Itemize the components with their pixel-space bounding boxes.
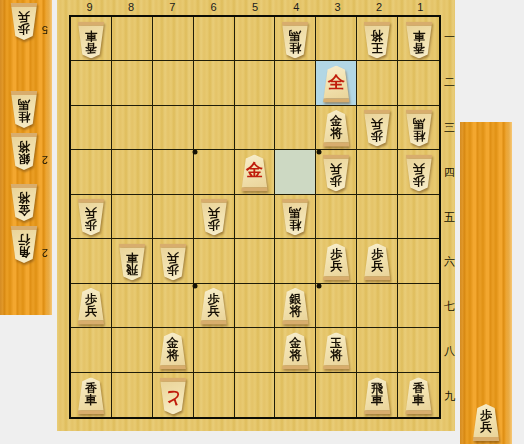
piece-gote-rook-8f[interactable]: 飛車: [117, 243, 147, 280]
piece-kanji: 兵: [208, 304, 220, 316]
piece-sente-pawn-9g[interactable]: 歩兵: [76, 288, 106, 325]
square-6d[interactable]: [194, 150, 235, 194]
piece-gote-knight-4e[interactable]: 桂馬: [280, 199, 310, 236]
square-8a[interactable]: [112, 17, 153, 61]
square-7a[interactable]: [153, 17, 194, 61]
piece-gote-pawn-3d[interactable]: 歩兵: [321, 154, 351, 191]
hand-piece-sente-pawn[interactable]: 歩兵: [471, 404, 501, 441]
piece-kanji: 歩: [413, 175, 425, 187]
piece-kanji: 歩: [208, 292, 220, 304]
square-8g[interactable]: [112, 284, 153, 328]
square-8h[interactable]: [112, 328, 153, 372]
piece-kanji: 馬: [413, 118, 425, 130]
square-5h[interactable]: [235, 328, 276, 372]
square-7e[interactable]: [153, 195, 194, 239]
piece-sente-promoted-silver-3b[interactable]: 全: [321, 66, 351, 103]
square-4f[interactable]: [275, 239, 316, 283]
square-2h[interactable]: [357, 328, 398, 372]
square-6h[interactable]: [194, 328, 235, 372]
piece-sente-pawn-3f[interactable]: 歩兵: [321, 243, 351, 280]
piece-kanji: 桂: [413, 130, 425, 142]
piece-kanji: 兵: [330, 260, 342, 272]
square-3f[interactable]: 歩兵: [316, 239, 357, 283]
piece-sente-king-3h[interactable]: 玉将: [321, 332, 351, 369]
square-3e[interactable]: [316, 195, 357, 239]
piece-kanji: 王: [371, 42, 383, 54]
piece-kanji: 車: [85, 394, 97, 406]
square-1f[interactable]: [398, 239, 439, 283]
square-3a[interactable]: [316, 17, 357, 61]
piece-kanji: 歩: [208, 219, 220, 231]
piece-kanji: 兵: [480, 421, 492, 433]
square-8d[interactable]: [112, 150, 153, 194]
file-label-4: 4: [276, 0, 317, 14]
square-5e[interactable]: [235, 195, 276, 239]
piece-kanji: 玉: [330, 337, 342, 349]
piece-sente-gold-7h[interactable]: 金将: [158, 332, 188, 369]
square-7g[interactable]: [153, 284, 194, 328]
square-2c[interactable]: 歩兵: [357, 106, 398, 150]
square-5b[interactable]: [235, 61, 276, 105]
piece-kanji: 車: [413, 30, 425, 42]
square-9h[interactable]: [71, 328, 112, 372]
piece-kanji: 香: [413, 382, 425, 394]
piece-kanji: 兵: [208, 207, 220, 219]
hand-piece-gote-pawn[interactable]: 歩兵: [9, 3, 39, 40]
piece-kanji: 全: [328, 73, 345, 91]
square-4g[interactable]: 銀将: [275, 284, 316, 328]
piece-gote-pawn-7f[interactable]: 歩兵: [158, 243, 188, 280]
piece-kanji: 将: [330, 349, 342, 361]
stand-edge: [460, 122, 512, 444]
piece-kanji: 歩: [330, 248, 342, 260]
hand-piece-gote-gold[interactable]: 金将: [9, 184, 39, 221]
square-5f[interactable]: [235, 239, 276, 283]
square-3g[interactable]: [316, 284, 357, 328]
piece-kanji: 兵: [371, 118, 383, 130]
piece-gote-tokin-7i[interactable]: と: [158, 377, 188, 414]
square-9e[interactable]: 歩兵: [71, 195, 112, 239]
file-label-2: 2: [358, 0, 399, 14]
piece-count: 2: [39, 247, 51, 259]
square-6f[interactable]: [194, 239, 235, 283]
hoshi-dot: [193, 284, 198, 289]
square-8e[interactable]: [112, 195, 153, 239]
rank-label-5: 五: [442, 195, 457, 240]
piece-gote-knight-4a[interactable]: 桂馬: [280, 21, 310, 58]
square-8c[interactable]: [112, 106, 153, 150]
square-6a[interactable]: [194, 17, 235, 61]
square-1c[interactable]: 桂馬: [398, 106, 439, 150]
rank-label-6: 六: [442, 239, 457, 284]
piece-kanji: 馬: [289, 30, 301, 42]
rank-labels: 一二三四五六七八九: [442, 15, 457, 419]
square-4a[interactable]: 桂馬: [275, 17, 316, 61]
piece-gote-pawn-6e[interactable]: 歩兵: [199, 199, 229, 236]
hand-piece-gote-silver[interactable]: 銀将: [9, 133, 39, 170]
piece-kanji: 兵: [85, 304, 97, 316]
piece-kanji: 兵: [18, 12, 30, 24]
piece-kanji: 馬: [289, 207, 301, 219]
piece-kanji: 将: [330, 126, 342, 138]
square-6i[interactable]: [194, 373, 235, 417]
square-3i[interactable]: [316, 373, 357, 417]
square-9f[interactable]: [71, 239, 112, 283]
square-9c[interactable]: [71, 106, 112, 150]
file-label-3: 3: [317, 0, 358, 14]
rank-label-4: 四: [442, 150, 457, 195]
square-1b[interactable]: [398, 61, 439, 105]
square-6b[interactable]: [194, 61, 235, 105]
piece-kanji: 兵: [85, 207, 97, 219]
square-3b[interactable]: 全: [316, 61, 357, 105]
square-5c[interactable]: [235, 106, 276, 150]
piece-kanji: 兵: [167, 252, 179, 264]
piece-kanji: 桂: [289, 42, 301, 54]
piece-kanji: 歩: [167, 264, 179, 276]
file-labels: 987654321: [69, 0, 441, 14]
square-7i[interactable]: と: [153, 373, 194, 417]
square-8i[interactable]: [112, 373, 153, 417]
piece-gote-pawn-1d[interactable]: 歩兵: [404, 154, 434, 191]
square-7f[interactable]: 歩兵: [153, 239, 194, 283]
piece-sente-pawn-2f[interactable]: 歩兵: [362, 243, 392, 280]
piece-kanji: 兵: [413, 163, 425, 175]
piece-kanji: 兵: [371, 260, 383, 272]
piece-kanji: 将: [18, 193, 30, 205]
square-1h[interactable]: [398, 328, 439, 372]
square-8b[interactable]: [112, 61, 153, 105]
square-9a[interactable]: 香車: [71, 17, 112, 61]
square-2g[interactable]: [357, 284, 398, 328]
file-label-5: 5: [234, 0, 275, 14]
square-4h[interactable]: 金将: [275, 328, 316, 372]
square-3d[interactable]: 歩兵: [316, 150, 357, 194]
square-2b[interactable]: [357, 61, 398, 105]
square-8f[interactable]: 飛車: [112, 239, 153, 283]
file-label-6: 6: [193, 0, 234, 14]
square-6c[interactable]: [194, 106, 235, 150]
square-6g[interactable]: 歩兵: [194, 284, 235, 328]
square-7c[interactable]: [153, 106, 194, 150]
piece-sente-silver-4g[interactable]: 銀将: [280, 288, 310, 325]
piece-kanji: 将: [18, 142, 30, 154]
hoshi-dot: [317, 150, 322, 155]
square-1e[interactable]: [398, 195, 439, 239]
rank-label-9: 九: [442, 374, 457, 419]
square-2e[interactable]: [357, 195, 398, 239]
square-1g[interactable]: [398, 284, 439, 328]
sente-hand-stand: 歩兵: [460, 122, 512, 444]
square-1a[interactable]: 香車: [398, 17, 439, 61]
square-7h[interactable]: 金将: [153, 328, 194, 372]
piece-gote-lance-9a[interactable]: 香車: [76, 21, 106, 58]
piece-kanji: 飛: [126, 264, 138, 276]
piece-kanji: 歩: [371, 130, 383, 142]
piece-gote-pawn-9e[interactable]: 歩兵: [76, 199, 106, 236]
piece-kanji: 歩: [85, 292, 97, 304]
piece-sente-tokin-5d[interactable]: 金: [239, 154, 269, 191]
square-5g[interactable]: [235, 284, 276, 328]
square-2f[interactable]: 歩兵: [357, 239, 398, 283]
file-label-7: 7: [152, 0, 193, 14]
piece-kanji: 車: [413, 394, 425, 406]
square-2a[interactable]: 王将: [357, 17, 398, 61]
piece-kanji: 香: [85, 42, 97, 54]
piece-sente-lance-1i[interactable]: 香車: [404, 377, 434, 414]
rank-label-7: 七: [442, 284, 457, 329]
piece-kanji: 将: [289, 349, 301, 361]
square-1i[interactable]: 香車: [398, 373, 439, 417]
rank-label-1: 一: [442, 15, 457, 60]
square-4b[interactable]: [275, 61, 316, 105]
piece-kanji: 歩: [18, 24, 30, 36]
square-4i[interactable]: [275, 373, 316, 417]
piece-kanji: 香: [413, 42, 425, 54]
piece-kanji: 銀: [289, 292, 301, 304]
piece-kanji: 将: [371, 30, 383, 42]
rank-label-8: 八: [442, 329, 457, 374]
piece-count: 5: [39, 24, 51, 36]
piece-kanji: 車: [126, 252, 138, 264]
shogi-app: 歩兵5桂馬銀将2金将角行2 歩兵 香車桂馬王将香車全金将歩兵桂馬金歩兵歩兵歩兵歩…: [0, 0, 524, 444]
square-4d[interactable]: [275, 150, 316, 194]
hoshi-dot: [193, 150, 198, 155]
board-grid: 香車桂馬王将香車全金将歩兵桂馬金歩兵歩兵歩兵歩兵桂馬飛車歩兵歩兵歩兵歩兵歩兵銀将…: [69, 15, 441, 419]
square-3h[interactable]: 玉将: [316, 328, 357, 372]
shogi-board: 香車桂馬王将香車全金将歩兵桂馬金歩兵歩兵歩兵歩兵桂馬飛車歩兵歩兵歩兵歩兵歩兵銀将…: [57, 0, 455, 431]
square-9d[interactable]: [71, 150, 112, 194]
square-4c[interactable]: [275, 106, 316, 150]
hand-piece-gote-knight[interactable]: 桂馬: [9, 91, 39, 128]
square-1d[interactable]: 歩兵: [398, 150, 439, 194]
piece-kanji: 金: [167, 337, 179, 349]
piece-kanji: 金: [18, 205, 30, 217]
gote-hand-stand: 歩兵5桂馬銀将2金将角行2: [0, 0, 52, 315]
square-4e[interactable]: 桂馬: [275, 195, 316, 239]
hoshi-dot: [317, 284, 322, 289]
rank-label-3: 三: [442, 105, 457, 150]
square-5i[interactable]: [235, 373, 276, 417]
square-2d[interactable]: [357, 150, 398, 194]
piece-gote-pawn-2c[interactable]: 歩兵: [362, 110, 392, 147]
piece-sente-rook-2i[interactable]: 飛車: [362, 377, 392, 414]
piece-kanji: 車: [371, 394, 383, 406]
piece-kanji: 馬: [18, 100, 30, 112]
square-3c[interactable]: 金将: [316, 106, 357, 150]
square-7d[interactable]: [153, 150, 194, 194]
piece-count: 2: [39, 154, 51, 166]
piece-kanji: 金: [330, 114, 342, 126]
piece-kanji: 歩: [480, 409, 492, 421]
square-5a[interactable]: [235, 17, 276, 61]
piece-sente-gold-4h[interactable]: 金将: [280, 332, 310, 369]
piece-kanji: 銀: [18, 154, 30, 166]
file-label-1: 1: [400, 0, 441, 14]
rank-label-2: 二: [442, 60, 457, 105]
piece-sente-pawn-6g[interactable]: 歩兵: [199, 288, 229, 325]
file-label-8: 8: [110, 0, 151, 14]
piece-kanji: 歩: [85, 219, 97, 231]
piece-kanji: 金: [246, 162, 263, 180]
piece-gote-king-2a[interactable]: 王将: [362, 21, 392, 58]
file-label-9: 9: [69, 0, 110, 14]
piece-kanji: 桂: [289, 219, 301, 231]
square-6e[interactable]: 歩兵: [194, 195, 235, 239]
piece-kanji: 角: [18, 247, 30, 259]
square-9g[interactable]: 歩兵: [71, 284, 112, 328]
square-7b[interactable]: [153, 61, 194, 105]
piece-kanji: と: [164, 389, 181, 407]
square-9b[interactable]: [71, 61, 112, 105]
piece-kanji: 行: [18, 235, 30, 247]
piece-kanji: 歩: [330, 175, 342, 187]
piece-kanji: 将: [289, 304, 301, 316]
piece-kanji: 香: [85, 382, 97, 394]
piece-kanji: 兵: [330, 163, 342, 175]
hand-piece-gote-bishop[interactable]: 角行: [9, 226, 39, 263]
piece-gote-lance-1a[interactable]: 香車: [404, 21, 434, 58]
piece-kanji: 飛: [371, 382, 383, 394]
piece-sente-lance-9i[interactable]: 香車: [76, 377, 106, 414]
piece-kanji: 将: [167, 349, 179, 361]
piece-sente-gold-3c[interactable]: 金将: [321, 110, 351, 147]
square-9i[interactable]: 香車: [71, 373, 112, 417]
piece-kanji: 車: [85, 30, 97, 42]
piece-gote-knight-1c[interactable]: 桂馬: [404, 110, 434, 147]
square-5d[interactable]: 金: [235, 150, 276, 194]
piece-kanji: 金: [289, 337, 301, 349]
square-2i[interactable]: 飛車: [357, 373, 398, 417]
piece-kanji: 桂: [18, 112, 30, 124]
piece-kanji: 歩: [371, 248, 383, 260]
